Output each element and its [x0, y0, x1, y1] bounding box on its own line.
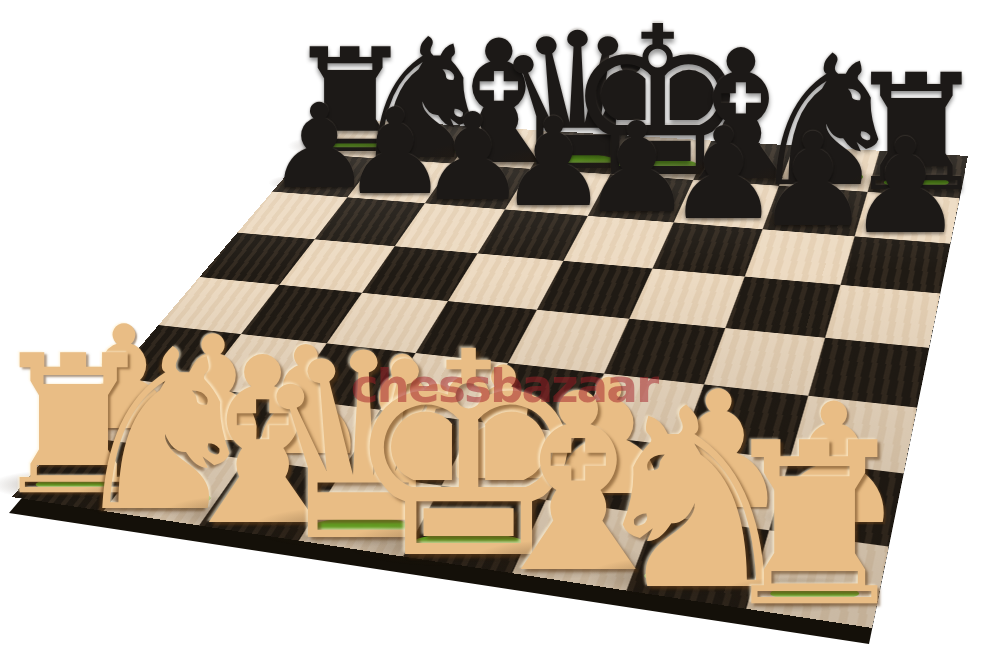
photo-canvas: ♜︎♞︎♝︎♛︎♚︎♝︎♞︎♜︎♟︎♟︎♟︎♟︎♟︎♟︎♟︎♟︎♟︎♟︎♟︎♟︎… — [0, 0, 1000, 667]
rook-icon: ♜︎ — [714, 414, 915, 638]
pawn-icon: ♟︎ — [847, 121, 965, 253]
pieces-layer: ♜︎♞︎♝︎♛︎♚︎♝︎♞︎♜︎♟︎♟︎♟︎♟︎♟︎♟︎♟︎♟︎♟︎♟︎♟︎♟︎… — [0, 0, 1000, 667]
